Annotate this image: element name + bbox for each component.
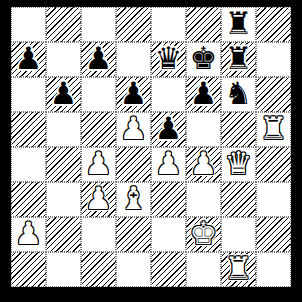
white-pawn: ♟ — [85, 183, 113, 214]
square-e3[interactable] — [151, 182, 186, 217]
square-c8[interactable] — [81, 7, 116, 42]
square-d4[interactable] — [116, 147, 151, 182]
black-pawn: ♟ — [50, 78, 78, 109]
black-knight: ♞ — [225, 78, 253, 109]
white-pawn: ♟ — [15, 218, 43, 249]
square-a1[interactable] — [11, 252, 46, 287]
white-queen: ♛ — [225, 148, 253, 179]
white-rook: ♜ — [225, 253, 253, 284]
square-c1[interactable] — [81, 252, 116, 287]
square-h5[interactable]: ♜ — [256, 112, 291, 147]
square-c7[interactable]: ♟ — [81, 42, 116, 77]
white-bishop: ♝ — [120, 183, 148, 214]
square-c3[interactable]: ♟ — [81, 182, 116, 217]
black-queen: ♛ — [155, 43, 183, 74]
square-h2[interactable] — [256, 217, 291, 252]
square-g8[interactable]: ♜ — [221, 7, 256, 42]
square-f4[interactable]: ♟ — [186, 147, 221, 182]
square-g7[interactable]: ♜ — [221, 42, 256, 77]
square-g4[interactable]: ♛ — [221, 147, 256, 182]
square-d2[interactable] — [116, 217, 151, 252]
white-pawn: ♟ — [120, 113, 148, 144]
square-f1[interactable] — [186, 252, 221, 287]
square-a2[interactable]: ♟ — [11, 217, 46, 252]
square-f5[interactable] — [186, 112, 221, 147]
square-a4[interactable] — [11, 147, 46, 182]
square-f6[interactable]: ♟ — [186, 77, 221, 112]
white-pawn: ♟ — [190, 148, 218, 179]
square-d8[interactable] — [116, 7, 151, 42]
square-h6[interactable] — [256, 77, 291, 112]
square-b7[interactable] — [46, 42, 81, 77]
square-f8[interactable] — [186, 7, 221, 42]
square-b3[interactable] — [46, 182, 81, 217]
square-g2[interactable] — [221, 217, 256, 252]
black-pawn: ♟ — [15, 43, 43, 74]
square-a8[interactable] — [11, 7, 46, 42]
black-rook: ♜ — [225, 43, 253, 74]
square-d5[interactable]: ♟ — [116, 112, 151, 147]
square-b6[interactable]: ♟ — [46, 77, 81, 112]
chess-board: ♜♟♟♛♚♜♟♟♟♞♟♟♜♟♟♟♛♟♝♟♚♜ — [11, 7, 291, 287]
board-frame: ♜♟♟♛♚♜♟♟♟♞♟♟♜♟♟♟♛♟♝♟♚♜ — [0, 0, 302, 302]
square-c2[interactable] — [81, 217, 116, 252]
square-h1[interactable] — [256, 252, 291, 287]
square-b8[interactable] — [46, 7, 81, 42]
white-rook: ♜ — [260, 113, 288, 144]
black-pawn: ♟ — [120, 78, 148, 109]
black-pawn: ♟ — [85, 43, 113, 74]
square-a7[interactable]: ♟ — [11, 42, 46, 77]
square-d1[interactable] — [116, 252, 151, 287]
square-h8[interactable] — [256, 7, 291, 42]
square-a3[interactable] — [11, 182, 46, 217]
square-f2[interactable]: ♚ — [186, 217, 221, 252]
black-pawn: ♟ — [155, 113, 183, 144]
square-f7[interactable]: ♚ — [186, 42, 221, 77]
square-h3[interactable] — [256, 182, 291, 217]
black-pawn: ♟ — [190, 78, 218, 109]
white-king: ♚ — [190, 218, 218, 249]
square-e1[interactable] — [151, 252, 186, 287]
square-e5[interactable]: ♟ — [151, 112, 186, 147]
square-c5[interactable] — [81, 112, 116, 147]
square-g3[interactable] — [221, 182, 256, 217]
square-g6[interactable]: ♞ — [221, 77, 256, 112]
square-d7[interactable] — [116, 42, 151, 77]
white-pawn: ♟ — [155, 148, 183, 179]
square-h7[interactable] — [256, 42, 291, 77]
square-e2[interactable] — [151, 217, 186, 252]
square-b5[interactable] — [46, 112, 81, 147]
square-g5[interactable] — [221, 112, 256, 147]
square-e4[interactable]: ♟ — [151, 147, 186, 182]
square-d6[interactable]: ♟ — [116, 77, 151, 112]
square-e6[interactable] — [151, 77, 186, 112]
square-b1[interactable] — [46, 252, 81, 287]
square-a5[interactable] — [11, 112, 46, 147]
square-b4[interactable] — [46, 147, 81, 182]
square-c4[interactable]: ♟ — [81, 147, 116, 182]
white-pawn: ♟ — [85, 148, 113, 179]
square-e7[interactable]: ♛ — [151, 42, 186, 77]
square-a6[interactable] — [11, 77, 46, 112]
square-g1[interactable]: ♜ — [221, 252, 256, 287]
black-rook: ♜ — [225, 8, 253, 39]
square-e8[interactable] — [151, 7, 186, 42]
square-f3[interactable] — [186, 182, 221, 217]
square-c6[interactable] — [81, 77, 116, 112]
square-d3[interactable]: ♝ — [116, 182, 151, 217]
square-b2[interactable] — [46, 217, 81, 252]
black-king: ♚ — [190, 43, 218, 74]
square-h4[interactable] — [256, 147, 291, 182]
